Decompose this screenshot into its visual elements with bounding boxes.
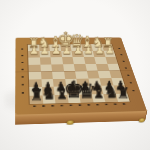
chess-set-scene: ♜♞♝♛♚♝♞♜♟♟♟♟♟♟♟♟♟♟♟♟♟♟♟♟♜♞♝♛♚♝♞♜ <box>0 0 150 150</box>
piece-white-pawn-g2: ♟ <box>39 51 51 58</box>
piece-white-pawn-c2: ♟ <box>82 50 94 57</box>
piece-white-pawn-b2: ♟ <box>93 50 105 57</box>
piece-black-bishop-f8: ♝ <box>55 95 69 104</box>
piece-white-pawn-h2: ♟ <box>28 51 39 58</box>
piece-white-pawn-f2: ♟ <box>50 51 62 58</box>
piece-black-knight-g8: ♞ <box>42 95 55 104</box>
piece-white-pawn-d2: ♟ <box>71 51 83 58</box>
piece-white-pawn-a2: ♟ <box>103 50 115 57</box>
piece-white-pawn-e2: ♟ <box>61 51 73 58</box>
piece-black-rook-h8: ♜ <box>30 95 43 104</box>
brass-hinge-icon <box>138 118 144 122</box>
chess-board: ♜♞♝♛♚♝♞♜♟♟♟♟♟♟♟♟♟♟♟♟♟♟♟♟♜♞♝♛♚♝♞♜ <box>15 37 147 114</box>
brass-clasp-icon <box>67 120 74 124</box>
photo-background: ♜♞♝♛♚♝♞♜♟♟♟♟♟♟♟♟♟♟♟♟♟♟♟♟♜♞♝♛♚♝♞♜ <box>0 0 150 150</box>
